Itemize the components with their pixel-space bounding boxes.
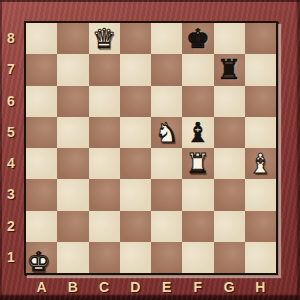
square-e3[interactable] (151, 179, 182, 210)
square-b8[interactable] (57, 23, 88, 54)
square-h2[interactable] (245, 211, 276, 242)
square-h4[interactable]: ♝ (245, 148, 276, 179)
square-a1[interactable]: ♚ (26, 242, 57, 273)
square-e2[interactable] (151, 211, 182, 242)
square-f2[interactable] (182, 211, 213, 242)
square-c1[interactable] (89, 242, 120, 273)
square-c8[interactable]: ♛ (89, 23, 120, 54)
file-label-f: F (182, 278, 213, 296)
white-rook[interactable]: ♜ (186, 150, 210, 177)
square-f8[interactable]: ♚ (182, 23, 213, 54)
black-king[interactable]: ♚ (186, 25, 210, 52)
square-b1[interactable] (57, 242, 88, 273)
file-label-e: E (151, 278, 182, 296)
square-f5[interactable]: ♝ (182, 117, 213, 148)
square-a6[interactable] (26, 86, 57, 117)
square-a7[interactable] (26, 54, 57, 85)
square-h3[interactable] (245, 179, 276, 210)
square-a3[interactable] (26, 179, 57, 210)
square-e7[interactable] (151, 54, 182, 85)
square-d6[interactable] (120, 86, 151, 117)
square-h6[interactable] (245, 86, 276, 117)
square-h5[interactable] (245, 117, 276, 148)
square-c6[interactable] (89, 86, 120, 117)
rank-label-2: 2 (0, 211, 22, 242)
white-king[interactable]: ♚ (27, 248, 51, 275)
square-a2[interactable] (26, 211, 57, 242)
white-queen[interactable]: ♛ (92, 25, 116, 52)
square-g5[interactable] (214, 117, 245, 148)
square-a5[interactable] (26, 117, 57, 148)
square-f4[interactable]: ♜ (182, 148, 213, 179)
file-label-c: C (89, 278, 120, 296)
square-c2[interactable] (89, 211, 120, 242)
black-bishop[interactable]: ♝ (186, 119, 210, 146)
square-d3[interactable] (120, 179, 151, 210)
rank-label-7: 7 (0, 54, 22, 85)
rank-labels: 87654321 (0, 23, 24, 273)
file-labels: ABCDEFGH (26, 278, 276, 296)
square-b3[interactable] (57, 179, 88, 210)
square-d4[interactable] (120, 148, 151, 179)
rank-label-8: 8 (0, 23, 22, 54)
square-b4[interactable] (57, 148, 88, 179)
square-a8[interactable] (26, 23, 57, 54)
square-h7[interactable] (245, 54, 276, 85)
square-c3[interactable] (89, 179, 120, 210)
square-d5[interactable] (120, 117, 151, 148)
file-label-a: A (26, 278, 57, 296)
white-knight[interactable]: ♞ (155, 119, 179, 146)
square-b5[interactable] (57, 117, 88, 148)
square-g4[interactable] (214, 148, 245, 179)
square-h1[interactable] (245, 242, 276, 273)
square-b6[interactable] (57, 86, 88, 117)
square-e5[interactable]: ♞ (151, 117, 182, 148)
rank-label-1: 1 (0, 242, 22, 273)
file-label-b: B (57, 278, 88, 296)
square-d7[interactable] (120, 54, 151, 85)
file-label-g: G (214, 278, 245, 296)
square-d8[interactable] (120, 23, 151, 54)
file-label-d: D (120, 278, 151, 296)
square-b2[interactable] (57, 211, 88, 242)
rank-label-3: 3 (0, 179, 22, 210)
rank-label-5: 5 (0, 117, 22, 148)
square-g8[interactable] (214, 23, 245, 54)
board: ♛♚♜♞♝♜♝♚ (24, 21, 278, 275)
chess-board-frame: 87654321 ABCDEFGH ♛♚♜♞♝♜♝♚ (0, 0, 300, 300)
square-g1[interactable] (214, 242, 245, 273)
square-e8[interactable] (151, 23, 182, 54)
square-d1[interactable] (120, 242, 151, 273)
square-a4[interactable] (26, 148, 57, 179)
square-f6[interactable] (182, 86, 213, 117)
square-f7[interactable] (182, 54, 213, 85)
square-c5[interactable] (89, 117, 120, 148)
black-rook[interactable]: ♜ (217, 56, 241, 83)
square-e6[interactable] (151, 86, 182, 117)
square-d2[interactable] (120, 211, 151, 242)
rank-label-4: 4 (0, 148, 22, 179)
square-g7[interactable]: ♜ (214, 54, 245, 85)
file-label-h: H (245, 278, 276, 296)
square-g6[interactable] (214, 86, 245, 117)
square-b7[interactable] (57, 54, 88, 85)
square-e4[interactable] (151, 148, 182, 179)
square-c7[interactable] (89, 54, 120, 85)
square-g3[interactable] (214, 179, 245, 210)
square-h8[interactable] (245, 23, 276, 54)
rank-label-6: 6 (0, 86, 22, 117)
square-g2[interactable] (214, 211, 245, 242)
white-bishop[interactable]: ♝ (248, 150, 272, 177)
square-c4[interactable] (89, 148, 120, 179)
square-f1[interactable] (182, 242, 213, 273)
square-f3[interactable] (182, 179, 213, 210)
square-e1[interactable] (151, 242, 182, 273)
